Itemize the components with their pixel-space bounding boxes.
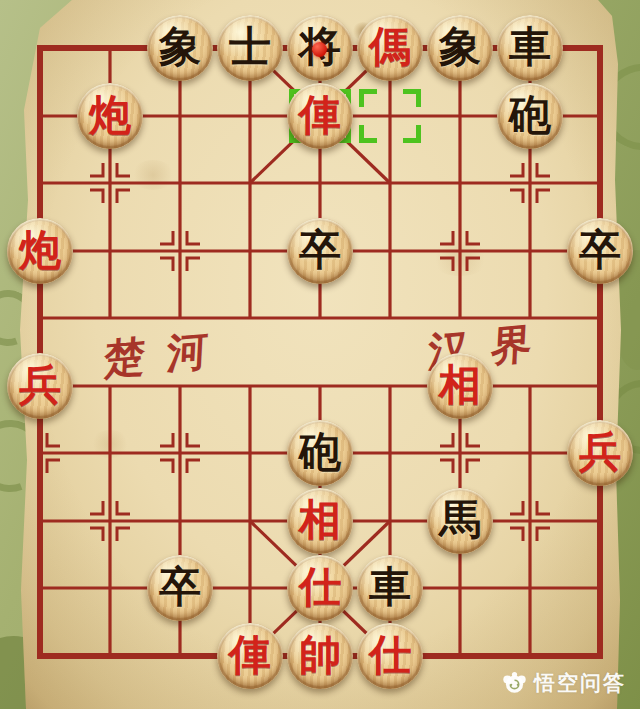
- piece-red-cannon[interactable]: 炮: [77, 83, 143, 149]
- piece-red-soldier[interactable]: 兵: [7, 353, 73, 419]
- piece-glyph: 炮: [19, 229, 61, 271]
- piece-black-advisor[interactable]: 士: [217, 15, 283, 81]
- watermark-text: 悟空问答: [534, 669, 626, 697]
- piece-glyph: 相: [299, 499, 341, 541]
- piece-layer: 象士将傌象車炮俥砲炮卒卒兵相砲兵相馬卒仕車俥帥仕: [0, 0, 640, 709]
- piece-glyph: 兵: [579, 431, 621, 473]
- piece-black-cannon[interactable]: 砲: [497, 83, 563, 149]
- check-indicator-dot: [312, 42, 327, 57]
- piece-red-horse[interactable]: 傌: [357, 15, 423, 81]
- piece-red-elephant[interactable]: 相: [287, 488, 353, 554]
- piece-glyph: 俥: [299, 94, 341, 136]
- piece-glyph: 兵: [19, 364, 61, 406]
- wukong-monkey-icon: [501, 670, 528, 697]
- piece-glyph: 仕: [369, 634, 411, 676]
- piece-glyph: 帥: [299, 634, 341, 676]
- piece-red-soldier[interactable]: 兵: [567, 420, 633, 486]
- piece-black-cannon[interactable]: 砲: [287, 420, 353, 486]
- piece-glyph: 卒: [299, 229, 341, 271]
- piece-glyph: 士: [229, 26, 271, 68]
- piece-glyph: 仕: [299, 566, 341, 608]
- piece-glyph: 車: [509, 26, 551, 68]
- piece-red-elephant[interactable]: 相: [427, 353, 493, 419]
- piece-black-soldier[interactable]: 卒: [147, 555, 213, 621]
- piece-black-horse[interactable]: 馬: [427, 488, 493, 554]
- piece-glyph: 卒: [579, 229, 621, 271]
- piece-glyph: 炮: [89, 94, 131, 136]
- piece-glyph: 砲: [299, 431, 341, 473]
- piece-red-advisor[interactable]: 仕: [287, 555, 353, 621]
- piece-glyph: 俥: [229, 634, 271, 676]
- piece-black-soldier[interactable]: 卒: [567, 218, 633, 284]
- piece-glyph: 卒: [159, 566, 201, 608]
- piece-glyph: 馬: [439, 499, 481, 541]
- piece-black-chariot[interactable]: 車: [497, 15, 563, 81]
- watermark-logo: 悟空问答: [501, 669, 626, 697]
- piece-black-chariot[interactable]: 車: [357, 555, 423, 621]
- piece-black-general[interactable]: 将: [287, 15, 353, 81]
- piece-glyph: 車: [369, 566, 411, 608]
- piece-red-chariot[interactable]: 俥: [287, 83, 353, 149]
- piece-black-elephant[interactable]: 象: [147, 15, 213, 81]
- piece-red-general[interactable]: 帥: [287, 623, 353, 689]
- xiangqi-screenshot-root: 楚河 汉界 象士将傌象車炮俥砲炮卒卒兵相砲兵相馬卒仕車俥帥仕 悟空问答: [0, 0, 640, 709]
- piece-black-soldier[interactable]: 卒: [287, 218, 353, 284]
- piece-glyph: 砲: [509, 94, 551, 136]
- piece-red-cannon[interactable]: 炮: [7, 218, 73, 284]
- piece-black-elephant[interactable]: 象: [427, 15, 493, 81]
- piece-glyph: 象: [159, 26, 201, 68]
- piece-red-advisor[interactable]: 仕: [357, 623, 423, 689]
- piece-glyph: 傌: [369, 26, 411, 68]
- piece-glyph: 象: [439, 26, 481, 68]
- piece-red-chariot[interactable]: 俥: [217, 623, 283, 689]
- piece-glyph: 相: [439, 364, 481, 406]
